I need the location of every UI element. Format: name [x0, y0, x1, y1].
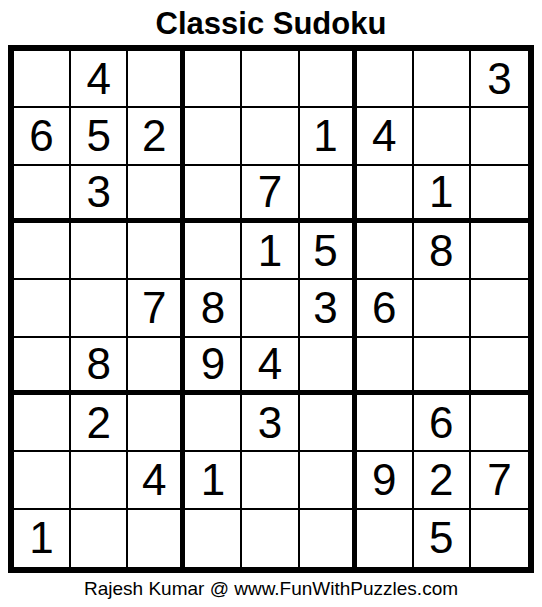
- cell-r6c5[interactable]: 4: [242, 338, 299, 395]
- cell-r9c1[interactable]: 1: [14, 510, 71, 567]
- cell-r9c9[interactable]: [471, 510, 528, 567]
- cell-r5c9[interactable]: [471, 280, 528, 337]
- cell-r5c6[interactable]: 3: [300, 280, 357, 337]
- cell-r5c8[interactable]: [414, 280, 471, 337]
- sudoku-board: 436521437115878368942364192715: [8, 45, 534, 573]
- sudoku-page: Classic Sudoku 4365214371158783689423641…: [0, 0, 542, 607]
- cell-r8c8[interactable]: 2: [414, 452, 471, 509]
- cell-r6c9[interactable]: [471, 338, 528, 395]
- cell-r3c7[interactable]: [357, 166, 414, 223]
- cell-r6c8[interactable]: [414, 338, 471, 395]
- cell-r9c2[interactable]: [71, 510, 128, 567]
- puzzle-title: Classic Sudoku: [156, 4, 387, 44]
- cell-r1c9[interactable]: 3: [471, 51, 528, 108]
- cell-r7c7[interactable]: [357, 395, 414, 452]
- cell-r4c9[interactable]: [471, 223, 528, 280]
- cell-r4c1[interactable]: [14, 223, 71, 280]
- cell-r4c6[interactable]: 5: [300, 223, 357, 280]
- cell-r8c7[interactable]: 9: [357, 452, 414, 509]
- cell-r2c4[interactable]: [185, 108, 242, 165]
- cell-r3c5[interactable]: 7: [242, 166, 299, 223]
- cell-r5c5[interactable]: [242, 280, 299, 337]
- cell-r2c8[interactable]: [414, 108, 471, 165]
- cell-r6c7[interactable]: [357, 338, 414, 395]
- cell-r1c4[interactable]: [185, 51, 242, 108]
- cell-r2c3[interactable]: 2: [128, 108, 185, 165]
- cell-r4c3[interactable]: [128, 223, 185, 280]
- cell-r7c3[interactable]: [128, 395, 185, 452]
- cell-r8c4[interactable]: 1: [185, 452, 242, 509]
- cell-r3c1[interactable]: [14, 166, 71, 223]
- cell-r7c4[interactable]: [185, 395, 242, 452]
- cell-r1c3[interactable]: [128, 51, 185, 108]
- cell-r3c8[interactable]: 1: [414, 166, 471, 223]
- cell-r8c9[interactable]: 7: [471, 452, 528, 509]
- cell-r9c5[interactable]: [242, 510, 299, 567]
- cell-r3c3[interactable]: [128, 166, 185, 223]
- cell-r1c7[interactable]: [357, 51, 414, 108]
- cell-r8c3[interactable]: 4: [128, 452, 185, 509]
- cell-r5c1[interactable]: [14, 280, 71, 337]
- cell-r5c7[interactable]: 6: [357, 280, 414, 337]
- cell-r3c4[interactable]: [185, 166, 242, 223]
- cell-r1c5[interactable]: [242, 51, 299, 108]
- cell-r8c2[interactable]: [71, 452, 128, 509]
- cell-r8c1[interactable]: [14, 452, 71, 509]
- cell-r1c8[interactable]: [414, 51, 471, 108]
- cell-r7c5[interactable]: 3: [242, 395, 299, 452]
- cell-r6c2[interactable]: 8: [71, 338, 128, 395]
- cell-r1c2[interactable]: 4: [71, 51, 128, 108]
- cell-r3c9[interactable]: [471, 166, 528, 223]
- cell-r6c4[interactable]: 9: [185, 338, 242, 395]
- credit-text: Rajesh Kumar @ www.FunWithPuzzles.com: [84, 577, 458, 601]
- cell-r4c4[interactable]: [185, 223, 242, 280]
- cell-r3c6[interactable]: [300, 166, 357, 223]
- cell-r4c2[interactable]: [71, 223, 128, 280]
- cell-r9c4[interactable]: [185, 510, 242, 567]
- cell-r9c8[interactable]: 5: [414, 510, 471, 567]
- cell-r5c2[interactable]: [71, 280, 128, 337]
- cell-r4c5[interactable]: 1: [242, 223, 299, 280]
- cell-r2c1[interactable]: 6: [14, 108, 71, 165]
- cell-r5c3[interactable]: 7: [128, 280, 185, 337]
- cell-r8c6[interactable]: [300, 452, 357, 509]
- cell-r7c8[interactable]: 6: [414, 395, 471, 452]
- cell-r2c5[interactable]: [242, 108, 299, 165]
- cell-r6c1[interactable]: [14, 338, 71, 395]
- cell-r9c6[interactable]: [300, 510, 357, 567]
- cell-r1c6[interactable]: [300, 51, 357, 108]
- cell-r7c9[interactable]: [471, 395, 528, 452]
- cell-r6c3[interactable]: [128, 338, 185, 395]
- cell-r1c1[interactable]: [14, 51, 71, 108]
- cell-r2c9[interactable]: [471, 108, 528, 165]
- cell-r4c8[interactable]: 8: [414, 223, 471, 280]
- cell-r2c7[interactable]: 4: [357, 108, 414, 165]
- cell-r5c4[interactable]: 8: [185, 280, 242, 337]
- cell-r9c7[interactable]: [357, 510, 414, 567]
- cell-r9c3[interactable]: [128, 510, 185, 567]
- cell-r8c5[interactable]: [242, 452, 299, 509]
- cell-r6c6[interactable]: [300, 338, 357, 395]
- cell-r7c2[interactable]: 2: [71, 395, 128, 452]
- cell-r2c2[interactable]: 5: [71, 108, 128, 165]
- cell-r4c7[interactable]: [357, 223, 414, 280]
- cell-r7c1[interactable]: [14, 395, 71, 452]
- cell-r2c6[interactable]: 1: [300, 108, 357, 165]
- cell-r3c2[interactable]: 3: [71, 166, 128, 223]
- cell-r7c6[interactable]: [300, 395, 357, 452]
